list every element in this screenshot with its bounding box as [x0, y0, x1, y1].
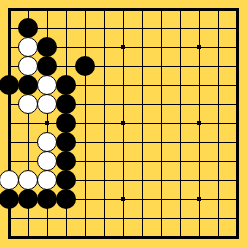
- go-diagram: [0, 0, 247, 247]
- black-stone: [18, 75, 38, 95]
- hoshi-point: [45, 121, 49, 125]
- white-stone: [18, 94, 38, 114]
- hoshi-point: [121, 121, 125, 125]
- stones-layer: [0, 0, 247, 247]
- hoshi-point: [121, 197, 125, 201]
- black-stone: [0, 189, 19, 209]
- hoshi-point: [197, 45, 201, 49]
- black-stone: [56, 75, 76, 95]
- white-stone: [37, 170, 57, 190]
- black-stone: [37, 37, 57, 57]
- black-stone: [56, 151, 76, 171]
- black-stone: [18, 189, 38, 209]
- hoshi-point: [121, 45, 125, 49]
- black-stone: [56, 170, 76, 190]
- black-stone: [18, 18, 38, 38]
- hoshi-point: [197, 197, 201, 201]
- black-stone: [37, 56, 57, 76]
- black-stone: [0, 75, 19, 95]
- black-stone: [75, 56, 95, 76]
- white-stone: [37, 75, 57, 95]
- hoshi-point: [197, 121, 201, 125]
- white-stone: [0, 170, 19, 190]
- black-stone: [37, 189, 57, 209]
- black-stone: [56, 189, 76, 209]
- black-stone: [56, 132, 76, 152]
- white-stone: [18, 56, 38, 76]
- white-stone: [18, 170, 38, 190]
- white-stone: [37, 94, 57, 114]
- black-stone: [56, 94, 76, 114]
- white-stone: [18, 37, 38, 57]
- white-stone: [37, 132, 57, 152]
- black-stone: [56, 113, 76, 133]
- white-stone: [37, 151, 57, 171]
